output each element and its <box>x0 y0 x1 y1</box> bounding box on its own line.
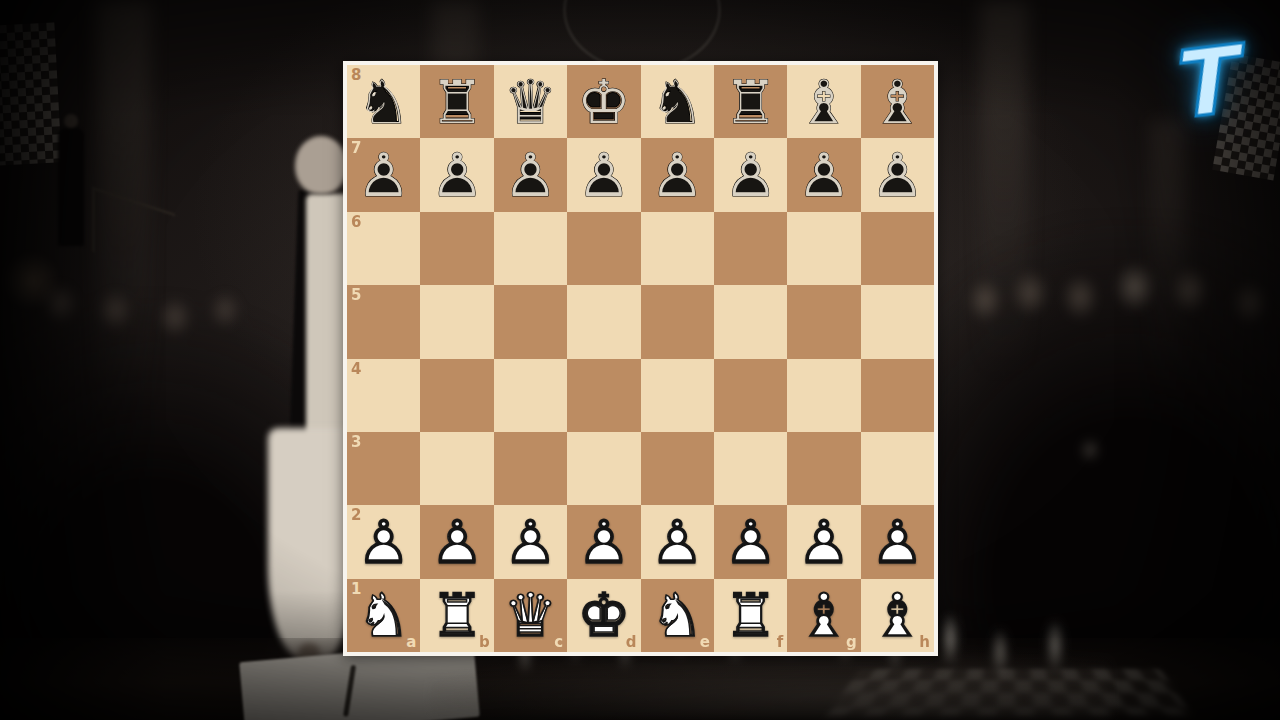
white-bishop-outline: ♗ <box>870 585 924 645</box>
black-pawn-outline: ♙ <box>504 145 558 205</box>
white-pawn[interactable]: ♟♙ <box>714 505 787 578</box>
white-pawn[interactable]: ♟♙ <box>861 505 934 578</box>
white-pawn[interactable]: ♟♙ <box>494 505 567 578</box>
white-rook[interactable]: ♜♖ <box>420 579 493 652</box>
white-pawn[interactable]: ♟♙ <box>641 505 714 578</box>
square-g3[interactable] <box>787 432 860 505</box>
black-pawn-outline: ♙ <box>430 145 484 205</box>
walking-figure <box>240 128 355 688</box>
square-f3[interactable] <box>714 432 787 505</box>
white-king[interactable]: ♚♔ <box>567 579 640 652</box>
black-pawn-outline: ♙ <box>577 145 631 205</box>
black-bishop-outline: ♗ <box>797 72 851 132</box>
black-rook[interactable]: ♜♖ <box>714 65 787 138</box>
square-b1[interactable]: b♜♖ <box>420 579 493 652</box>
white-rook[interactable]: ♜♖ <box>714 579 787 652</box>
white-pawn-outline: ♙ <box>870 512 924 572</box>
square-d8[interactable]: ♚♔ <box>567 65 640 138</box>
black-knight-outline: ♘ <box>650 72 704 132</box>
white-rook-outline: ♖ <box>724 585 778 645</box>
rank-label-4: 4 <box>351 362 361 377</box>
white-pawn-outline: ♙ <box>430 512 484 572</box>
black-pawn-outline: ♙ <box>870 145 924 205</box>
black-pawn-outline: ♙ <box>797 145 851 205</box>
logo-letter: T <box>1163 27 1238 141</box>
square-g8[interactable]: ♝♗ <box>787 65 860 138</box>
rank-label-5: 5 <box>351 288 361 303</box>
black-rook[interactable]: ♜♖ <box>420 65 493 138</box>
square-h7[interactable]: ♟♙ <box>861 138 934 211</box>
black-pawn[interactable]: ♟♙ <box>787 138 860 211</box>
square-e2[interactable]: ♟♙ <box>641 505 714 578</box>
square-c4[interactable] <box>494 359 567 432</box>
rank-label-6: 6 <box>351 215 361 230</box>
black-pawn-outline: ♙ <box>650 145 704 205</box>
chess-board-panel: 8♞♘♜♖♛♕♚♔♞♘♜♖♝♗♝♗7♟♙♟♙♟♙♟♙♟♙♟♙♟♙♟♙65432♟… <box>343 61 938 656</box>
square-a6[interactable]: 6 <box>347 212 420 285</box>
square-e1[interactable]: e♞♘ <box>641 579 714 652</box>
black-rook-outline: ♖ <box>430 72 484 132</box>
square-h5[interactable] <box>861 285 934 358</box>
square-f2[interactable]: ♟♙ <box>714 505 787 578</box>
square-a2[interactable]: 2♟♙ <box>347 505 420 578</box>
square-c7[interactable]: ♟♙ <box>494 138 567 211</box>
white-pawn-outline: ♙ <box>797 512 851 572</box>
white-bishop[interactable]: ♝♗ <box>861 579 934 652</box>
checkerboard-banner-left <box>0 22 62 165</box>
white-queen-outline: ♕ <box>504 585 558 645</box>
white-pawn-outline: ♙ <box>357 512 411 572</box>
square-e5[interactable] <box>641 285 714 358</box>
square-f1[interactable]: f♜♖ <box>714 579 787 652</box>
standing-figure <box>58 128 84 246</box>
black-pawn-outline: ♙ <box>357 145 411 205</box>
square-a8[interactable]: 8♞♘ <box>347 65 420 138</box>
figure-hat <box>295 136 347 194</box>
white-pawn-outline: ♙ <box>724 512 778 572</box>
square-b6[interactable] <box>420 212 493 285</box>
square-d1[interactable]: d♚♔ <box>567 579 640 652</box>
square-h6[interactable] <box>861 212 934 285</box>
black-bishop[interactable]: ♝♗ <box>861 65 934 138</box>
black-king-outline: ♔ <box>577 72 631 132</box>
channel-logo-t: T <box>1139 20 1262 148</box>
black-pawn[interactable]: ♟♙ <box>714 138 787 211</box>
black-queen-outline: ♕ <box>504 72 558 132</box>
square-c8[interactable]: ♛♕ <box>494 65 567 138</box>
square-d4[interactable] <box>567 359 640 432</box>
square-g6[interactable] <box>787 212 860 285</box>
black-bishop-outline: ♗ <box>870 72 924 132</box>
figure-skirt <box>268 428 350 658</box>
black-pawn[interactable]: ♟♙ <box>567 138 640 211</box>
white-pawn[interactable]: ♟♙ <box>347 505 420 578</box>
square-c3[interactable] <box>494 432 567 505</box>
square-b7[interactable]: ♟♙ <box>420 138 493 211</box>
square-c5[interactable] <box>494 285 567 358</box>
white-knight-outline: ♘ <box>357 585 411 645</box>
black-knight[interactable]: ♞♘ <box>641 65 714 138</box>
square-h8[interactable]: ♝♗ <box>861 65 934 138</box>
black-pawn[interactable]: ♟♙ <box>861 138 934 211</box>
black-pawn[interactable]: ♟♙ <box>494 138 567 211</box>
white-king-outline: ♔ <box>577 585 631 645</box>
black-knight-outline: ♘ <box>357 72 411 132</box>
square-b2[interactable]: ♟♙ <box>420 505 493 578</box>
white-pawn[interactable]: ♟♙ <box>420 505 493 578</box>
square-d3[interactable] <box>567 432 640 505</box>
white-pawn-outline: ♙ <box>504 512 558 572</box>
square-g5[interactable] <box>787 285 860 358</box>
square-h4[interactable] <box>861 359 934 432</box>
square-e3[interactable] <box>641 432 714 505</box>
white-queen[interactable]: ♛♕ <box>494 579 567 652</box>
black-queen[interactable]: ♛♕ <box>494 65 567 138</box>
black-rook-outline: ♖ <box>724 72 778 132</box>
black-pawn[interactable]: ♟♙ <box>641 138 714 211</box>
square-a4[interactable]: 4 <box>347 359 420 432</box>
white-pawn[interactable]: ♟♙ <box>567 505 640 578</box>
white-bishop-outline: ♗ <box>797 585 851 645</box>
black-king[interactable]: ♚♔ <box>567 65 640 138</box>
square-g2[interactable]: ♟♙ <box>787 505 860 578</box>
square-e8[interactable]: ♞♘ <box>641 65 714 138</box>
square-e6[interactable] <box>641 212 714 285</box>
square-h2[interactable]: ♟♙ <box>861 505 934 578</box>
chess-board: 8♞♘♜♖♛♕♚♔♞♘♜♖♝♗♝♗7♟♙♟♙♟♙♟♙♟♙♟♙♟♙♟♙65432♟… <box>347 65 934 652</box>
square-c1[interactable]: c♛♕ <box>494 579 567 652</box>
square-g4[interactable] <box>787 359 860 432</box>
square-d6[interactable] <box>567 212 640 285</box>
square-d5[interactable] <box>567 285 640 358</box>
square-a3[interactable]: 3 <box>347 432 420 505</box>
square-e4[interactable] <box>641 359 714 432</box>
black-bishop[interactable]: ♝♗ <box>787 65 860 138</box>
square-f8[interactable]: ♜♖ <box>714 65 787 138</box>
square-b8[interactable]: ♜♖ <box>420 65 493 138</box>
square-f4[interactable] <box>714 359 787 432</box>
white-knight[interactable]: ♞♘ <box>641 579 714 652</box>
square-f7[interactable]: ♟♙ <box>714 138 787 211</box>
white-bishop[interactable]: ♝♗ <box>787 579 860 652</box>
square-f6[interactable] <box>714 212 787 285</box>
white-pawn[interactable]: ♟♙ <box>787 505 860 578</box>
square-e7[interactable]: ♟♙ <box>641 138 714 211</box>
square-a7[interactable]: 7♟♙ <box>347 138 420 211</box>
black-pawn[interactable]: ♟♙ <box>347 138 420 211</box>
white-pawn-outline: ♙ <box>577 512 631 572</box>
square-c6[interactable] <box>494 212 567 285</box>
square-g1[interactable]: g♝♗ <box>787 579 860 652</box>
square-f5[interactable] <box>714 285 787 358</box>
square-h3[interactable] <box>861 432 934 505</box>
black-pawn-outline: ♙ <box>724 145 778 205</box>
square-b5[interactable] <box>420 285 493 358</box>
white-knight-outline: ♘ <box>650 585 704 645</box>
black-pawn[interactable]: ♟♙ <box>420 138 493 211</box>
white-rook-outline: ♖ <box>430 585 484 645</box>
square-b3[interactable] <box>420 432 493 505</box>
square-c2[interactable]: ♟♙ <box>494 505 567 578</box>
black-knight[interactable]: ♞♘ <box>347 65 420 138</box>
square-g7[interactable]: ♟♙ <box>787 138 860 211</box>
square-a1[interactable]: 1a♞♘ <box>347 579 420 652</box>
white-pawn-outline: ♙ <box>650 512 704 572</box>
square-d2[interactable]: ♟♙ <box>567 505 640 578</box>
video-frame: 8♞♘♜♖♛♕♚♔♞♘♜♖♝♗♝♗7♟♙♟♙♟♙♟♙♟♙♟♙♟♙♟♙65432♟… <box>0 0 1280 720</box>
square-a5[interactable]: 5 <box>347 285 420 358</box>
square-h1[interactable]: h♝♗ <box>861 579 934 652</box>
square-d7[interactable]: ♟♙ <box>567 138 640 211</box>
square-b4[interactable] <box>420 359 493 432</box>
white-knight[interactable]: ♞♘ <box>347 579 420 652</box>
rank-label-3: 3 <box>351 435 361 450</box>
